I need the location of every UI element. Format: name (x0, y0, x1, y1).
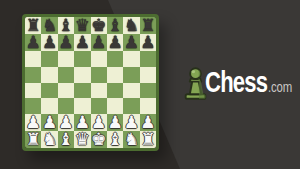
piece-wn-g1[interactable]: ♞ (124, 131, 139, 148)
square-g4[interactable] (123, 83, 139, 99)
piece-wr-h1[interactable]: ♜ (140, 131, 155, 148)
square-e4[interactable] (91, 83, 107, 99)
square-f1[interactable]: ♝ (107, 131, 123, 148)
piece-bp-g7[interactable]: ♟ (124, 34, 139, 51)
square-g7[interactable]: ♟ (123, 34, 139, 51)
piece-bp-f7[interactable]: ♟ (107, 34, 122, 51)
chesscom-logo[interactable]: Chess.com (184, 66, 300, 100)
square-c7[interactable]: ♟ (58, 34, 74, 51)
piece-bp-e7[interactable]: ♟ (91, 34, 106, 51)
square-e6[interactable] (91, 51, 107, 67)
square-f5[interactable] (107, 67, 123, 83)
square-h1[interactable]: ♜ (140, 131, 156, 148)
square-e5[interactable] (91, 67, 107, 83)
piece-wr-a1[interactable]: ♜ (26, 131, 41, 148)
square-d1[interactable]: ♛ (74, 131, 90, 148)
chess-board[interactable]: ♜♞♝♛♚♝♞♜♟♟♟♟♟♟♟♟♟♟♟♟♟♟♟♟♜♞♝♛♚♝♞♜ (22, 14, 159, 151)
square-h4[interactable] (140, 83, 156, 99)
piece-bp-b7[interactable]: ♟ (42, 34, 57, 51)
square-f6[interactable] (107, 51, 123, 67)
square-f7[interactable]: ♟ (107, 34, 123, 51)
square-h6[interactable] (140, 51, 156, 67)
square-c4[interactable] (58, 83, 74, 99)
square-e1[interactable]: ♚ (91, 131, 107, 148)
piece-bp-c7[interactable]: ♟ (58, 34, 73, 51)
chess-board-grid: ♜♞♝♛♚♝♞♜♟♟♟♟♟♟♟♟♟♟♟♟♟♟♟♟♜♞♝♛♚♝♞♜ (25, 17, 156, 148)
square-g1[interactable]: ♞ (123, 131, 139, 148)
piece-wk-e1[interactable]: ♚ (91, 131, 106, 148)
square-c6[interactable] (58, 51, 74, 67)
square-d4[interactable] (74, 83, 90, 99)
piece-bp-a7[interactable]: ♟ (26, 34, 41, 51)
piece-wb-c1[interactable]: ♝ (58, 131, 73, 148)
square-d5[interactable] (74, 67, 90, 83)
piece-bp-d7[interactable]: ♟ (75, 34, 90, 51)
piece-wb-f1[interactable]: ♝ (107, 131, 122, 148)
square-c1[interactable]: ♝ (58, 131, 74, 148)
square-h5[interactable] (140, 67, 156, 83)
square-b6[interactable] (41, 51, 57, 67)
square-h7[interactable]: ♟ (140, 34, 156, 51)
square-b1[interactable]: ♞ (41, 131, 57, 148)
square-a7[interactable]: ♟ (25, 34, 41, 51)
square-d7[interactable]: ♟ (74, 34, 90, 51)
square-a4[interactable] (25, 83, 41, 99)
square-e7[interactable]: ♟ (91, 34, 107, 51)
green-pawn-icon (184, 67, 207, 100)
square-g6[interactable] (123, 51, 139, 67)
square-b7[interactable]: ♟ (41, 34, 57, 51)
chesscom-promo-screenshot: ♜♞♝♛♚♝♞♜♟♟♟♟♟♟♟♟♟♟♟♟♟♟♟♟♜♞♝♛♚♝♞♜ Chess.c… (0, 0, 300, 169)
logo-text: Chess.com (205, 66, 292, 99)
piece-wq-d1[interactable]: ♛ (75, 131, 90, 148)
square-d6[interactable] (74, 51, 90, 67)
logo-tld-text: .com (268, 78, 292, 95)
square-g5[interactable] (123, 67, 139, 83)
logo-brand-text: Chess (205, 66, 267, 99)
piece-wn-b1[interactable]: ♞ (42, 131, 57, 148)
square-f4[interactable] (107, 83, 123, 99)
square-b5[interactable] (41, 67, 57, 83)
square-a5[interactable] (25, 67, 41, 83)
square-b4[interactable] (41, 83, 57, 99)
piece-bp-h7[interactable]: ♟ (140, 34, 155, 51)
square-a6[interactable] (25, 51, 41, 67)
square-a1[interactable]: ♜ (25, 131, 41, 148)
square-c5[interactable] (58, 67, 74, 83)
